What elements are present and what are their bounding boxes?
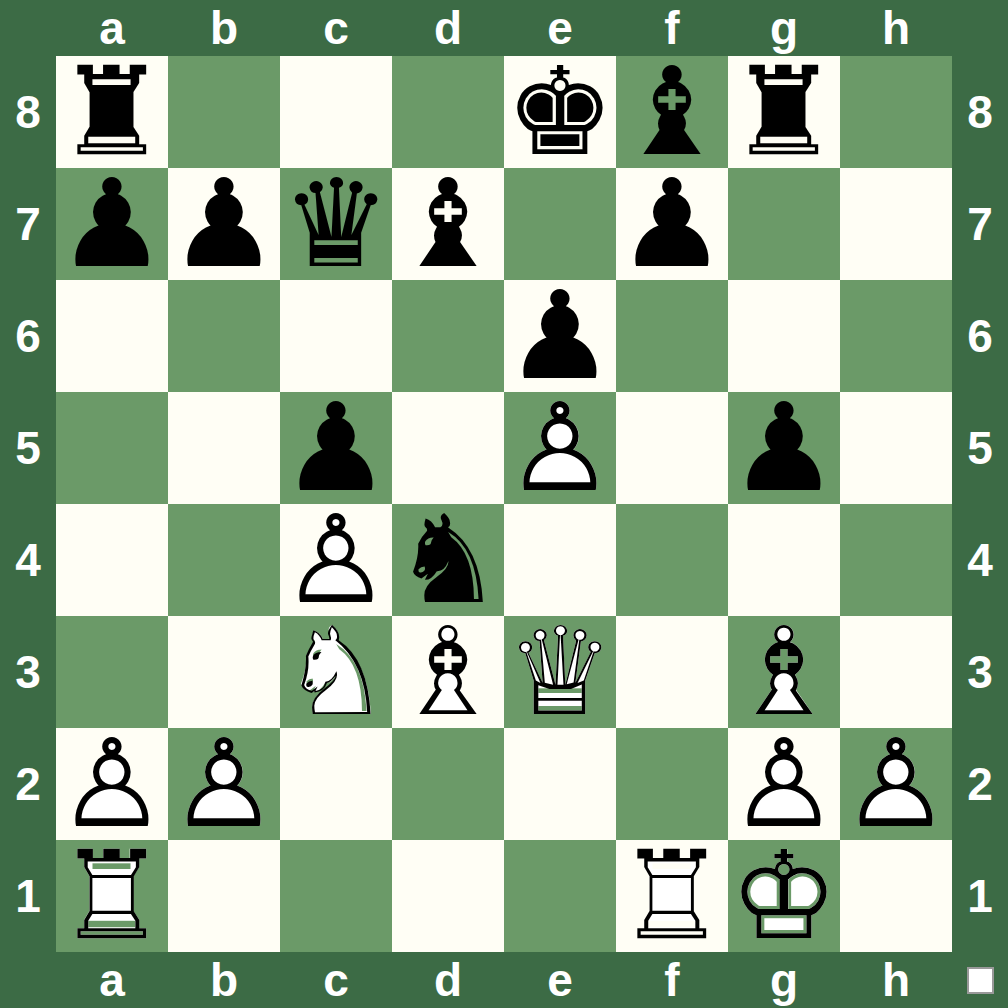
piece-glyph: ♜ (56, 56, 168, 168)
piece-glyph: ♟ (280, 392, 392, 504)
square-e2[interactable] (504, 728, 616, 840)
piece-white-knight[interactable]: ♞♘ (280, 616, 392, 728)
square-e5[interactable]: ♟♙ (504, 392, 616, 504)
file-label-c: c (280, 0, 392, 56)
square-h8[interactable] (840, 56, 952, 168)
square-d1[interactable] (392, 840, 504, 952)
piece-black-pawn[interactable]: ♟ (168, 168, 280, 280)
piece-white-queen[interactable]: ♛♕ (504, 616, 616, 728)
piece-glyph: ♚ (504, 56, 616, 168)
square-a5[interactable] (56, 392, 168, 504)
square-e4[interactable] (504, 504, 616, 616)
square-f5[interactable] (616, 392, 728, 504)
square-b7[interactable]: ♟ (168, 168, 280, 280)
square-b8[interactable] (168, 56, 280, 168)
square-b1[interactable] (168, 840, 280, 952)
piece-white-bishop[interactable]: ♝♗ (392, 616, 504, 728)
square-d3[interactable]: ♝♗ (392, 616, 504, 728)
square-g7[interactable] (728, 168, 840, 280)
square-h4[interactable] (840, 504, 952, 616)
square-e8[interactable]: ♚ (504, 56, 616, 168)
board-corner (952, 0, 1008, 56)
board-corner (0, 0, 56, 56)
piece-glyph: ♝ (392, 168, 504, 280)
square-a8[interactable]: ♜ (56, 56, 168, 168)
rank-label-6: 6 (0, 280, 56, 392)
board-corner-indicator-cell (952, 952, 1008, 1008)
square-f1[interactable]: ♜♖ (616, 840, 728, 952)
square-b4[interactable] (168, 504, 280, 616)
rank-label-8: 8 (952, 56, 1008, 168)
piece-glyph: ♛ (280, 168, 392, 280)
piece-glyph: ♙ (728, 728, 840, 840)
square-a1[interactable]: ♜♖ (56, 840, 168, 952)
square-f3[interactable] (616, 616, 728, 728)
square-c8[interactable] (280, 56, 392, 168)
piece-white-pawn[interactable]: ♟♙ (56, 728, 168, 840)
rank-label-7: 7 (952, 168, 1008, 280)
square-f2[interactable] (616, 728, 728, 840)
square-f7[interactable]: ♟ (616, 168, 728, 280)
square-c2[interactable] (280, 728, 392, 840)
piece-black-pawn[interactable]: ♟ (728, 392, 840, 504)
board-corner (0, 952, 56, 1008)
square-g8[interactable]: ♜ (728, 56, 840, 168)
file-label-b: b (168, 0, 280, 56)
rank-label-3: 3 (0, 616, 56, 728)
rank-label-5: 5 (952, 392, 1008, 504)
rank-label-4: 4 (952, 504, 1008, 616)
square-c4[interactable]: ♟♙ (280, 504, 392, 616)
square-g6[interactable] (728, 280, 840, 392)
square-d6[interactable] (392, 280, 504, 392)
square-d4[interactable]: ♞ (392, 504, 504, 616)
file-label-e: e (504, 952, 616, 1008)
piece-glyph: ♙ (840, 728, 952, 840)
piece-black-pawn[interactable]: ♟ (280, 392, 392, 504)
file-label-h: h (840, 0, 952, 56)
file-label-b: b (168, 952, 280, 1008)
piece-glyph: ♙ (504, 392, 616, 504)
square-f4[interactable] (616, 504, 728, 616)
piece-black-rook[interactable]: ♜ (56, 56, 168, 168)
square-a7[interactable]: ♟ (56, 168, 168, 280)
file-label-d: d (392, 0, 504, 56)
piece-glyph: ♟ (504, 280, 616, 392)
square-b2[interactable]: ♟♙ (168, 728, 280, 840)
file-label-d: d (392, 952, 504, 1008)
square-b5[interactable] (168, 392, 280, 504)
piece-glyph: ♙ (280, 504, 392, 616)
piece-black-bishop[interactable]: ♝ (616, 56, 728, 168)
piece-white-bishop[interactable]: ♝♗ (728, 616, 840, 728)
rank-label-6: 6 (952, 280, 1008, 392)
piece-glyph: ♟ (728, 392, 840, 504)
piece-glyph: ♗ (728, 616, 840, 728)
rank-label-1: 1 (952, 840, 1008, 952)
square-g5[interactable]: ♟ (728, 392, 840, 504)
piece-glyph: ♟ (168, 168, 280, 280)
square-c7[interactable]: ♛ (280, 168, 392, 280)
piece-glyph: ♟ (616, 168, 728, 280)
square-h3[interactable] (840, 616, 952, 728)
rank-label-1: 1 (0, 840, 56, 952)
piece-black-pawn[interactable]: ♟ (504, 280, 616, 392)
square-e3[interactable]: ♛♕ (504, 616, 616, 728)
piece-black-king[interactable]: ♚ (504, 56, 616, 168)
square-b3[interactable] (168, 616, 280, 728)
piece-black-rook[interactable]: ♜ (728, 56, 840, 168)
rank-label-7: 7 (0, 168, 56, 280)
square-c1[interactable] (280, 840, 392, 952)
square-f6[interactable] (616, 280, 728, 392)
piece-white-pawn[interactable]: ♟♙ (168, 728, 280, 840)
piece-white-pawn[interactable]: ♟♙ (728, 728, 840, 840)
square-d8[interactable] (392, 56, 504, 168)
piece-glyph: ♗ (392, 616, 504, 728)
square-h2[interactable]: ♟♙ (840, 728, 952, 840)
piece-black-bishop[interactable]: ♝ (392, 168, 504, 280)
square-h1[interactable] (840, 840, 952, 952)
chess-board-frame: abcdefgh8♜♚♝♜87♟♟♛♝♟76♟65♟♟♙♟54♟♙♞43♞♘♝♗… (0, 0, 1008, 1008)
rank-label-8: 8 (0, 56, 56, 168)
piece-glyph: ♘ (280, 616, 392, 728)
square-a3[interactable] (56, 616, 168, 728)
square-d5[interactable] (392, 392, 504, 504)
square-f8[interactable]: ♝ (616, 56, 728, 168)
square-e7[interactable] (504, 168, 616, 280)
piece-black-pawn[interactable]: ♟ (616, 168, 728, 280)
piece-glyph: ♖ (616, 840, 728, 952)
piece-glyph: ♙ (168, 728, 280, 840)
piece-white-rook[interactable]: ♜♖ (56, 840, 168, 952)
piece-glyph: ♕ (504, 616, 616, 728)
piece-white-king[interactable]: ♚♔ (728, 840, 840, 952)
piece-white-pawn[interactable]: ♟♙ (840, 728, 952, 840)
piece-glyph: ♙ (56, 728, 168, 840)
square-e1[interactable] (504, 840, 616, 952)
rank-label-3: 3 (952, 616, 1008, 728)
square-d7[interactable]: ♝ (392, 168, 504, 280)
square-a2[interactable]: ♟♙ (56, 728, 168, 840)
piece-glyph: ♜ (728, 56, 840, 168)
square-c3[interactable]: ♞♘ (280, 616, 392, 728)
square-h7[interactable] (840, 168, 952, 280)
rank-label-2: 2 (952, 728, 1008, 840)
file-label-h: h (840, 952, 952, 1008)
piece-white-pawn[interactable]: ♟♙ (504, 392, 616, 504)
piece-black-queen[interactable]: ♛ (280, 168, 392, 280)
square-g1[interactable]: ♚♔ (728, 840, 840, 952)
piece-glyph: ♟ (56, 168, 168, 280)
square-g3[interactable]: ♝♗ (728, 616, 840, 728)
square-e6[interactable]: ♟ (504, 280, 616, 392)
square-h6[interactable] (840, 280, 952, 392)
square-b6[interactable] (168, 280, 280, 392)
square-d2[interactable] (392, 728, 504, 840)
piece-black-pawn[interactable]: ♟ (56, 168, 168, 280)
rank-label-2: 2 (0, 728, 56, 840)
piece-white-pawn[interactable]: ♟♙ (280, 504, 392, 616)
square-a6[interactable] (56, 280, 168, 392)
piece-white-rook[interactable]: ♜♖ (616, 840, 728, 952)
piece-glyph: ♝ (616, 56, 728, 168)
square-a4[interactable] (56, 504, 168, 616)
square-c6[interactable] (280, 280, 392, 392)
piece-glyph: ♔ (728, 840, 840, 952)
file-label-c: c (280, 952, 392, 1008)
piece-glyph: ♞ (392, 504, 504, 616)
white-to-move-indicator (967, 967, 994, 994)
square-h5[interactable] (840, 392, 952, 504)
rank-label-4: 4 (0, 504, 56, 616)
square-g4[interactable] (728, 504, 840, 616)
square-g2[interactable]: ♟♙ (728, 728, 840, 840)
square-c5[interactable]: ♟ (280, 392, 392, 504)
piece-glyph: ♖ (56, 840, 168, 952)
piece-black-knight[interactable]: ♞ (392, 504, 504, 616)
rank-label-5: 5 (0, 392, 56, 504)
